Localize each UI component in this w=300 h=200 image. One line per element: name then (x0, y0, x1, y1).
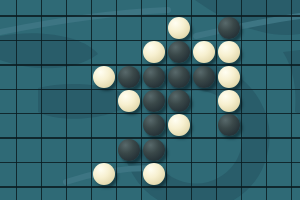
white-stone[interactable] (118, 90, 140, 112)
black-stone[interactable] (143, 139, 165, 161)
grid-line-horizontal (0, 64, 300, 66)
grid-line-vertical (66, 0, 68, 200)
grid-line-vertical (191, 0, 193, 200)
black-stone[interactable] (118, 66, 140, 88)
grid-line-vertical (41, 0, 43, 200)
white-stone[interactable] (218, 41, 240, 63)
black-stone[interactable] (168, 66, 190, 88)
black-stone[interactable] (218, 17, 240, 39)
black-stone[interactable] (193, 66, 215, 88)
white-stone[interactable] (193, 41, 215, 63)
white-stone[interactable] (218, 90, 240, 112)
white-stone[interactable] (93, 163, 115, 185)
white-stone[interactable] (143, 163, 165, 185)
white-stone[interactable] (143, 41, 165, 63)
black-stone[interactable] (143, 66, 165, 88)
white-stone[interactable] (218, 66, 240, 88)
grid-line-vertical (241, 0, 243, 200)
black-stone[interactable] (168, 41, 190, 63)
black-stone[interactable] (118, 139, 140, 161)
grid-line-horizontal (0, 186, 300, 188)
white-stone[interactable] (93, 66, 115, 88)
black-stone[interactable] (143, 90, 165, 112)
black-stone[interactable] (143, 114, 165, 136)
gomoku-board[interactable] (0, 0, 300, 200)
grid-line-horizontal (0, 15, 300, 17)
grid-line-vertical (91, 0, 93, 200)
grid-line-vertical (16, 0, 18, 200)
white-stone[interactable] (168, 17, 190, 39)
black-stone[interactable] (168, 90, 190, 112)
white-stone[interactable] (168, 114, 190, 136)
black-stone[interactable] (218, 114, 240, 136)
grid-line-vertical (291, 0, 293, 200)
grid-line-vertical (266, 0, 268, 200)
